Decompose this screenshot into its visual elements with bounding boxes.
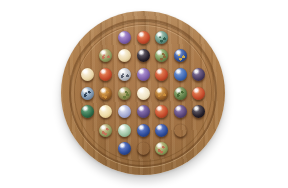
marble-red_jasper[interactable] bbox=[192, 87, 205, 100]
marble-lapis[interactable] bbox=[137, 124, 150, 137]
marble-lapis_flecked[interactable] bbox=[174, 49, 187, 62]
marble-red_jasper[interactable] bbox=[99, 68, 112, 81]
marble-granite_grey[interactable] bbox=[118, 68, 131, 81]
marble-unakite[interactable] bbox=[99, 49, 112, 62]
marble-dark_blue_purple[interactable] bbox=[192, 68, 205, 81]
marble-red_jasper[interactable] bbox=[137, 31, 150, 44]
marble-cream[interactable] bbox=[81, 68, 94, 81]
marble-moss_agate_green[interactable] bbox=[155, 49, 168, 62]
marble-pale_green[interactable] bbox=[118, 124, 131, 137]
marble-aventurine_dark[interactable] bbox=[81, 105, 94, 118]
marble-cream_yellow[interactable] bbox=[99, 105, 112, 118]
marble-moss_agate_teal[interactable] bbox=[155, 31, 168, 44]
solitaire-board bbox=[61, 11, 225, 175]
marble-sodalite_blue[interactable] bbox=[174, 68, 187, 81]
marble-olive_mottled[interactable] bbox=[118, 87, 131, 100]
marble-peach[interactable] bbox=[137, 142, 150, 155]
marbles-layer bbox=[61, 11, 225, 175]
marble-dark_purple[interactable] bbox=[174, 105, 187, 118]
marble-tiger_eye[interactable] bbox=[99, 87, 112, 100]
marble-unakite_green[interactable] bbox=[155, 142, 168, 155]
marble-ivory[interactable] bbox=[137, 87, 150, 100]
marble-obsidian[interactable] bbox=[137, 49, 150, 62]
marble-cream[interactable] bbox=[118, 49, 131, 62]
marble-amethyst_dark[interactable] bbox=[137, 105, 150, 118]
marble-tiger_eye[interactable] bbox=[155, 87, 168, 100]
marble-red_jasper[interactable] bbox=[155, 105, 168, 118]
marble-green_jasper[interactable] bbox=[174, 87, 187, 100]
marble-obsidian[interactable] bbox=[192, 105, 205, 118]
marble-lapis[interactable] bbox=[155, 124, 168, 137]
marble-unakite[interactable] bbox=[99, 124, 112, 137]
marble-lapis[interactable] bbox=[118, 142, 131, 155]
marble-amethyst[interactable] bbox=[118, 31, 131, 44]
product-photo bbox=[0, 0, 288, 188]
marble-red_jasper[interactable] bbox=[155, 68, 168, 81]
marble-amethyst[interactable] bbox=[137, 68, 150, 81]
marble-periwinkle[interactable] bbox=[118, 105, 131, 118]
marble-blue_spot_grey[interactable] bbox=[81, 87, 94, 100]
marble-peach[interactable] bbox=[174, 124, 187, 137]
